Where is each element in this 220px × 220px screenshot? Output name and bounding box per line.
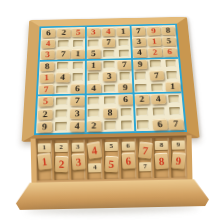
empty-recess [137, 120, 149, 129]
empty-recess [135, 72, 146, 80]
cell-r4c1[interactable]: 8 [39, 60, 55, 72]
number-tile[interactable]: 9 [37, 121, 52, 133]
cell-r1c7[interactable]: 7 [131, 26, 147, 37]
drawer-slot-6: 66 [120, 138, 136, 178]
cell-r2c1[interactable]: 4 [40, 38, 56, 49]
empty-recess [58, 40, 69, 47]
cell-r8c9[interactable] [166, 105, 183, 118]
cell-r5c1[interactable]: 1 [39, 72, 55, 84]
cell-r2c9[interactable]: 5 [161, 36, 177, 47]
number-tile[interactable]: 8 [103, 107, 118, 118]
cell-r7c7[interactable]: 2 [134, 93, 151, 106]
empty-recess [169, 107, 181, 115]
cell-r1c5[interactable]: 4 [101, 26, 116, 37]
sudoku-photo: 6253417984731537154268179143776491576242… [0, 0, 220, 220]
drawer-slot-5: 55 [104, 139, 120, 179]
cell-r9c7[interactable] [135, 118, 152, 131]
cell-r2c7[interactable]: 3 [131, 36, 147, 47]
empty-recess [165, 60, 176, 68]
cell-r9c6[interactable] [118, 118, 135, 131]
drawer-tile-front[interactable]: 3 [71, 153, 85, 170]
number-tile[interactable]: 4 [102, 27, 115, 36]
number-tile[interactable]: 1 [87, 60, 101, 70]
number-tile[interactable]: 5 [87, 49, 101, 59]
cell-r7c3[interactable]: 7 [70, 95, 86, 108]
cell-r9c3[interactable]: 4 [69, 119, 86, 132]
empty-recess [118, 39, 129, 46]
empty-recess [150, 60, 161, 68]
drawer-tile-top[interactable]: 6 [122, 141, 135, 150]
number-tile[interactable]: 6 [163, 47, 177, 57]
empty-recess [73, 40, 84, 47]
number-tile[interactable]: 6 [119, 94, 134, 105]
empty-recess [104, 121, 116, 130]
cell-r9c5[interactable] [102, 119, 119, 132]
cell-r5c7[interactable] [133, 70, 149, 82]
number-tile[interactable]: 1 [166, 82, 180, 93]
cell-r9c2[interactable] [53, 120, 70, 133]
empty-recess [136, 84, 148, 92]
board-field: 6253417984731537154268179143776491576242… [34, 24, 187, 136]
number-tile[interactable]: 2 [56, 28, 70, 37]
cell-r1c1[interactable]: 6 [41, 28, 56, 39]
empty-recess [104, 84, 115, 92]
cell-r8c2[interactable] [53, 107, 70, 120]
empty-recess [104, 96, 115, 104]
drawer-tile-front[interactable]: 2 [55, 156, 68, 172]
cell-r7c1[interactable]: 5 [37, 95, 54, 108]
cell-r7c2[interactable] [53, 95, 69, 108]
empty-recess [57, 62, 68, 70]
drawer-tile-front[interactable]: 9 [172, 152, 186, 169]
empty-recess [121, 121, 133, 130]
empty-recess [56, 109, 68, 117]
cell-r1c4[interactable]: 3 [86, 27, 101, 38]
cell-r4c6[interactable]: 7 [117, 59, 133, 71]
number-tile[interactable]: 7 [70, 96, 85, 107]
board-frame: 6253417984731537154268179143776491576242… [22, 17, 200, 142]
empty-recess [104, 61, 115, 69]
drawer-slot-7: 77 [137, 138, 153, 178]
cell-r2c4[interactable] [86, 37, 101, 48]
cell-r5c4[interactable] [86, 71, 102, 83]
cell-r4c8[interactable] [147, 58, 163, 70]
cell-r8c1[interactable]: 2 [37, 108, 54, 121]
empty-recess [88, 97, 99, 105]
drawer-tile-front[interactable]: 5 [105, 156, 119, 173]
number-tile[interactable]: 2 [147, 47, 162, 57]
cell-r1c3[interactable]: 5 [71, 27, 86, 38]
photo-rotation-wrapper: 6253417984731537154268179143776491576242… [0, 0, 220, 220]
cell-r8c7[interactable] [134, 106, 151, 119]
empty-recess [166, 71, 178, 79]
empty-recess [72, 73, 83, 81]
cell-r7c8[interactable]: 4 [150, 93, 167, 106]
number-tile[interactable]: 9 [146, 26, 160, 36]
drawer-slot-1: 11 [37, 140, 53, 180]
cell-r4c4[interactable]: 1 [86, 59, 102, 71]
number-tile[interactable]: 8 [40, 61, 54, 72]
number-tile[interactable]: 1 [117, 27, 131, 37]
empty-recess [153, 107, 165, 115]
cell-r5c9[interactable] [164, 69, 181, 81]
number-tile[interactable]: 6 [152, 118, 168, 130]
cell-r2c2[interactable] [55, 38, 70, 49]
cell-r1c6[interactable]: 1 [116, 26, 131, 37]
drawer-tile-top[interactable]: 2 [54, 143, 67, 152]
empty-recess [119, 72, 130, 80]
number-tile[interactable]: 9 [133, 59, 148, 69]
drawer-tile-top[interactable]: 4 [88, 163, 101, 172]
cell-r4c7[interactable]: 9 [132, 58, 148, 70]
number-tile[interactable]: 7 [39, 84, 53, 95]
cell-r2c3[interactable] [71, 38, 86, 49]
cell-r7c4[interactable] [86, 94, 102, 107]
number-tile[interactable]: 7 [131, 26, 145, 36]
number-tile[interactable]: 6 [71, 84, 85, 94]
number-tile[interactable]: 4 [132, 48, 146, 58]
empty-recess [151, 83, 163, 91]
drawer-slots: 112233445566778899 [37, 137, 187, 180]
empty-recess [168, 95, 180, 103]
number-tile[interactable]: 7 [56, 50, 70, 60]
cell-r4c3[interactable] [70, 60, 86, 72]
empty-recess [55, 122, 67, 131]
cell-r1c8[interactable]: 9 [145, 25, 161, 36]
empty-recess [73, 62, 84, 70]
drawer-tile-top[interactable]: 5 [105, 142, 118, 151]
cell-r5c6[interactable] [117, 70, 133, 82]
number-tile[interactable]: 1 [71, 49, 85, 59]
empty-recess [88, 109, 99, 117]
number-tile[interactable]: 4 [150, 94, 165, 105]
number-tile[interactable]: 4 [87, 83, 101, 93]
cell-r7c6[interactable]: 6 [118, 94, 134, 107]
cell-r1c9[interactable]: 8 [160, 25, 176, 36]
empty-recess [103, 50, 114, 57]
drawer-tile-front[interactable]: 4 [87, 141, 102, 159]
cell-r9c1[interactable]: 9 [36, 120, 53, 133]
cell-r4c5[interactable] [101, 59, 117, 71]
drawer-slot-9: 99 [171, 137, 187, 177]
number-tile[interactable]: 3 [102, 71, 116, 81]
cell-r9c4[interactable]: 2 [86, 119, 103, 132]
cell-r2c8[interactable]: 1 [146, 36, 162, 47]
cell-r7c5[interactable] [102, 94, 118, 107]
drawer-tile-top[interactable]: 9 [172, 140, 185, 149]
drawer-tile-top[interactable]: 7 [139, 162, 152, 171]
cell-r8c3[interactable]: 3 [69, 107, 85, 120]
cell-r2c5[interactable]: 7 [101, 37, 116, 48]
number-tile[interactable]: 7 [149, 70, 164, 81]
number-tile[interactable]: 2 [38, 108, 52, 120]
cell-r4c2[interactable] [55, 60, 71, 72]
drawer-tile-top[interactable]: 3 [71, 143, 84, 152]
drawer-slot-3: 33 [70, 140, 86, 180]
number-tile[interactable]: 4 [41, 39, 55, 49]
number-tile[interactable]: 4 [70, 120, 85, 131]
drawer-slot-4: 44 [87, 139, 103, 179]
drawer-tile-front[interactable]: 8 [155, 152, 169, 169]
empty-recess [120, 108, 132, 116]
box-line-vertical-1 [85, 27, 87, 132]
drawer-tile-top[interactable]: 8 [155, 141, 168, 150]
number-tile[interactable]: 2 [87, 120, 102, 131]
cell-r8c8[interactable] [150, 105, 167, 118]
empty-recess [137, 108, 149, 116]
number-tile[interactable]: 8 [162, 26, 175, 35]
number-tile[interactable]: 1 [40, 72, 54, 83]
empty-recess [56, 85, 67, 93]
cell-r5c8[interactable]: 7 [148, 69, 164, 81]
number-tile[interactable]: 4 [55, 72, 70, 82]
number-tile[interactable]: 6 [42, 28, 55, 38]
cell-r5c5[interactable]: 3 [101, 70, 117, 82]
number-tile[interactable]: 3 [87, 28, 100, 37]
empty-recess [88, 73, 99, 81]
drawer-tile-front[interactable]: 7 [138, 142, 152, 159]
cell-r9c9[interactable]: 7 [167, 117, 184, 130]
empty-recess [56, 97, 67, 105]
drawer-slot-2: 22 [53, 140, 69, 180]
drawer-tile-top[interactable]: 1 [38, 143, 51, 152]
tile-drawer: 112233445566778899 [31, 135, 193, 183]
number-tile[interactable]: 2 [134, 94, 149, 105]
number-tile[interactable]: 3 [70, 108, 85, 119]
cell-r4c9[interactable] [163, 58, 179, 70]
number-tile[interactable]: 1 [147, 37, 161, 47]
cell-r5c3[interactable] [70, 71, 86, 83]
empty-recess [119, 50, 130, 57]
number-tile[interactable]: 9 [118, 82, 133, 93]
number-tile[interactable]: 7 [169, 118, 184, 129]
drawer-tile-front[interactable]: 6 [121, 152, 135, 169]
cell-r1c2[interactable]: 2 [56, 27, 71, 38]
cell-r5c2[interactable]: 4 [54, 71, 70, 83]
cell-r8c6[interactable] [118, 106, 135, 119]
cell-r9c8[interactable]: 6 [151, 118, 168, 131]
number-tile[interactable]: 5 [39, 96, 53, 107]
number-tile[interactable]: 5 [72, 28, 86, 37]
drawer-slot-8: 88 [154, 138, 170, 178]
cell-r8c4[interactable] [86, 107, 102, 120]
empty-recess [88, 39, 99, 46]
cell-r2c6[interactable] [116, 37, 132, 48]
cell-r7c9[interactable] [165, 93, 182, 106]
number-tile[interactable]: 3 [132, 37, 146, 47]
number-tile[interactable]: 7 [117, 59, 131, 69]
drawer-tile-front[interactable]: 1 [37, 153, 51, 170]
number-tile[interactable]: 5 [162, 37, 176, 47]
cell-r8c5[interactable]: 8 [102, 106, 119, 119]
number-tile[interactable]: 3 [41, 50, 55, 60]
number-tile[interactable]: 7 [102, 38, 116, 48]
